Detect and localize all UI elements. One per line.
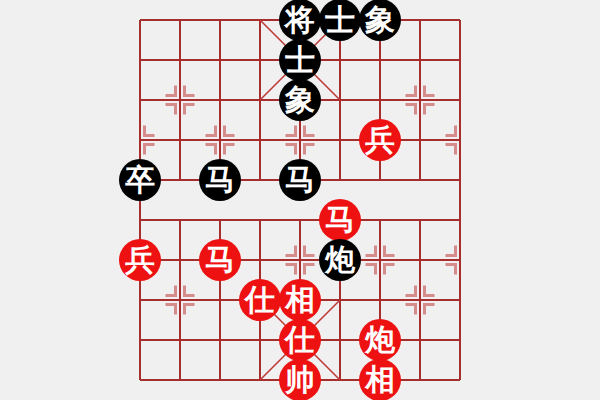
board-point-f6-r8: 炮 bbox=[360, 320, 400, 360]
piece-black-advisor[interactable]: 士 bbox=[279, 39, 321, 81]
piece-black-elephant[interactable]: 象 bbox=[359, 0, 401, 41]
piece-black-general[interactable]: 将 bbox=[279, 0, 321, 41]
board-point-f5-r5: 马 bbox=[320, 200, 360, 240]
piece-red-horse[interactable]: 马 bbox=[319, 199, 361, 241]
board-point-f5-r0: 士 bbox=[320, 0, 360, 40]
board-point-f4-r9: 帅 bbox=[280, 360, 320, 400]
board-point-f4-r0: 将 bbox=[280, 0, 320, 40]
board-point-f6-r9: 相 bbox=[360, 360, 400, 400]
board-point-f4-r8: 仕 bbox=[280, 320, 320, 360]
piece-black-horse[interactable]: 马 bbox=[199, 159, 241, 201]
board-point-f4-r2: 象 bbox=[280, 80, 320, 120]
piece-black-soldier[interactable]: 卒 bbox=[119, 159, 161, 201]
piece-black-cannon[interactable]: 炮 bbox=[319, 239, 361, 281]
xiangqi-board-screenshot: 将士象士象兵卒马马马兵马炮仕相仕炮帅相 bbox=[0, 0, 600, 400]
board-point-f2-r6: 马 bbox=[200, 240, 240, 280]
piece-layer: 将士象士象兵卒马马马兵马炮仕相仕炮帅相 bbox=[120, 0, 480, 400]
piece-red-advisor[interactable]: 仕 bbox=[239, 279, 281, 321]
board-point-f2-r4: 马 bbox=[200, 160, 240, 200]
piece-red-advisor[interactable]: 仕 bbox=[279, 319, 321, 361]
board-point-f0-r4: 卒 bbox=[120, 160, 160, 200]
piece-red-cannon[interactable]: 炮 bbox=[359, 319, 401, 361]
board-point-f3-r7: 仕 bbox=[240, 280, 280, 320]
board-point-f4-r4: 马 bbox=[280, 160, 320, 200]
piece-black-elephant[interactable]: 象 bbox=[279, 79, 321, 121]
piece-red-horse[interactable]: 马 bbox=[199, 239, 241, 281]
board-point-f6-r3: 兵 bbox=[360, 120, 400, 160]
board-point-f4-r1: 士 bbox=[280, 40, 320, 80]
piece-red-elephant[interactable]: 相 bbox=[279, 279, 321, 321]
piece-red-elephant[interactable]: 相 bbox=[359, 359, 401, 400]
piece-black-advisor[interactable]: 士 bbox=[319, 0, 361, 41]
board-point-f0-r6: 兵 bbox=[120, 240, 160, 280]
piece-black-horse[interactable]: 马 bbox=[279, 159, 321, 201]
piece-red-general[interactable]: 帅 bbox=[279, 359, 321, 400]
board-point-f6-r0: 象 bbox=[360, 0, 400, 40]
piece-red-soldier[interactable]: 兵 bbox=[119, 239, 161, 281]
piece-red-soldier[interactable]: 兵 bbox=[359, 119, 401, 161]
board-point-f5-r6: 炮 bbox=[320, 240, 360, 280]
board-point-f4-r7: 相 bbox=[280, 280, 320, 320]
